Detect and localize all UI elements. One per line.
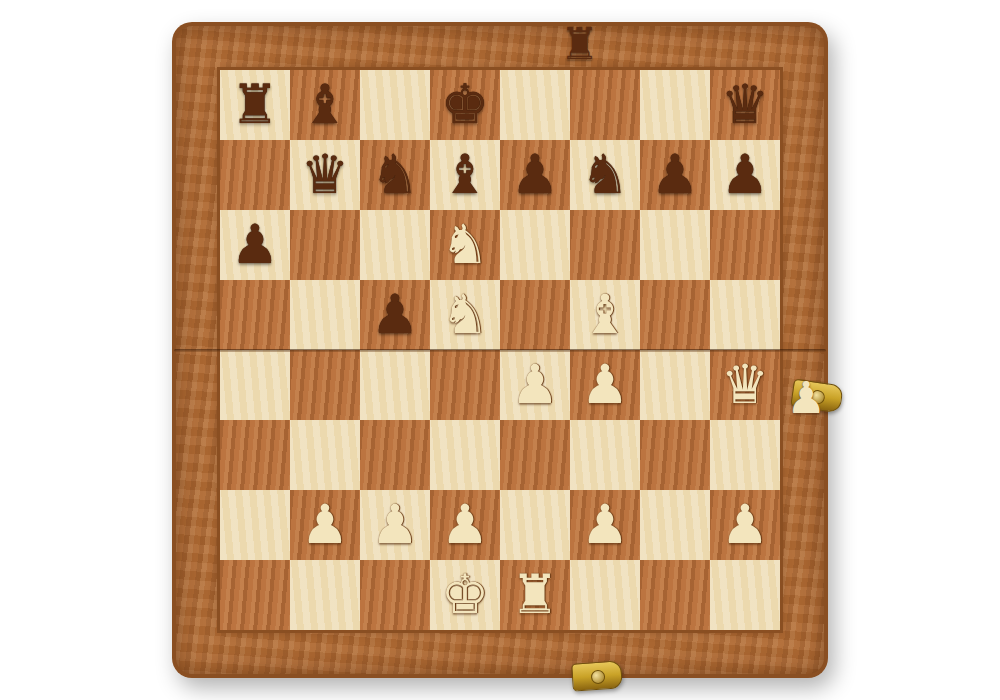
square-d3[interactable] — [430, 420, 500, 490]
piece-black-queen[interactable]: ♛ — [301, 140, 349, 210]
piece-black-king[interactable]: ♚ — [441, 70, 489, 140]
piece-white-king[interactable]: ♚ — [441, 560, 489, 630]
square-a5[interactable] — [220, 280, 290, 350]
piece-white-pawn[interactable]: ♟ — [371, 490, 419, 560]
brass-latch-front — [571, 660, 623, 691]
piece-black-pawn[interactable]: ♟ — [511, 140, 559, 210]
square-c7[interactable]: ♞ — [360, 140, 430, 210]
square-h5[interactable] — [710, 280, 780, 350]
square-b1[interactable] — [290, 560, 360, 630]
square-g3[interactable] — [640, 420, 710, 490]
square-b3[interactable] — [290, 420, 360, 490]
square-c8[interactable] — [360, 70, 430, 140]
square-c5[interactable]: ♟ — [360, 280, 430, 350]
square-g5[interactable] — [640, 280, 710, 350]
square-d8[interactable]: ♚ — [430, 70, 500, 140]
piece-black-pawn[interactable]: ♟ — [371, 280, 419, 350]
offboard-black-rook[interactable]: ♜ — [560, 18, 599, 69]
offboard-white-pawn[interactable]: ♟ — [787, 372, 826, 423]
piece-black-queen[interactable]: ♛ — [721, 70, 769, 140]
square-f8[interactable] — [570, 70, 640, 140]
square-e7[interactable]: ♟ — [500, 140, 570, 210]
square-d2[interactable]: ♟ — [430, 490, 500, 560]
square-d6[interactable]: ♞ — [430, 210, 500, 280]
square-g6[interactable] — [640, 210, 710, 280]
square-h8[interactable]: ♛ — [710, 70, 780, 140]
square-h4[interactable]: ♛ — [710, 350, 780, 420]
piece-black-knight[interactable]: ♞ — [581, 140, 629, 210]
square-c3[interactable] — [360, 420, 430, 490]
square-e1[interactable]: ♜ — [500, 560, 570, 630]
square-e6[interactable] — [500, 210, 570, 280]
square-h7[interactable]: ♟ — [710, 140, 780, 210]
square-f2[interactable]: ♟ — [570, 490, 640, 560]
square-f6[interactable] — [570, 210, 640, 280]
piece-black-pawn[interactable]: ♟ — [651, 140, 699, 210]
piece-white-rook[interactable]: ♜ — [511, 560, 559, 630]
square-h1[interactable] — [710, 560, 780, 630]
piece-white-knight[interactable]: ♞ — [441, 210, 489, 280]
square-a4[interactable] — [220, 350, 290, 420]
square-c1[interactable] — [360, 560, 430, 630]
square-a8[interactable]: ♜ — [220, 70, 290, 140]
square-b2[interactable]: ♟ — [290, 490, 360, 560]
square-a6[interactable]: ♟ — [220, 210, 290, 280]
square-g8[interactable] — [640, 70, 710, 140]
square-a1[interactable] — [220, 560, 290, 630]
piece-white-bishop[interactable]: ♝ — [581, 280, 629, 350]
chessboard: ♜♝♚♛♛♞♝♟♞♟♟♟♞♟♞♝♟♟♛♟♟♟♟♟♚♜ ♜ ♟ — [172, 22, 828, 678]
square-e2[interactable] — [500, 490, 570, 560]
piece-white-pawn[interactable]: ♟ — [511, 350, 559, 420]
square-d4[interactable] — [430, 350, 500, 420]
piece-black-bishop[interactable]: ♝ — [301, 70, 349, 140]
square-h3[interactable] — [710, 420, 780, 490]
piece-black-bishop[interactable]: ♝ — [441, 140, 489, 210]
square-e3[interactable] — [500, 420, 570, 490]
square-g7[interactable]: ♟ — [640, 140, 710, 210]
square-c2[interactable]: ♟ — [360, 490, 430, 560]
piece-white-pawn[interactable]: ♟ — [441, 490, 489, 560]
square-f7[interactable]: ♞ — [570, 140, 640, 210]
square-f4[interactable]: ♟ — [570, 350, 640, 420]
piece-black-knight[interactable]: ♞ — [371, 140, 419, 210]
square-d7[interactable]: ♝ — [430, 140, 500, 210]
square-a3[interactable] — [220, 420, 290, 490]
piece-black-pawn[interactable]: ♟ — [231, 210, 279, 280]
square-f5[interactable]: ♝ — [570, 280, 640, 350]
square-f1[interactable] — [570, 560, 640, 630]
square-h6[interactable] — [710, 210, 780, 280]
piece-white-pawn[interactable]: ♟ — [721, 490, 769, 560]
square-e8[interactable] — [500, 70, 570, 140]
piece-white-pawn[interactable]: ♟ — [581, 350, 629, 420]
square-g1[interactable] — [640, 560, 710, 630]
square-c4[interactable] — [360, 350, 430, 420]
square-e4[interactable]: ♟ — [500, 350, 570, 420]
piece-white-knight[interactable]: ♞ — [441, 280, 489, 350]
piece-black-pawn[interactable]: ♟ — [721, 140, 769, 210]
square-c6[interactable] — [360, 210, 430, 280]
square-h2[interactable]: ♟ — [710, 490, 780, 560]
square-d1[interactable]: ♚ — [430, 560, 500, 630]
square-g4[interactable] — [640, 350, 710, 420]
square-e5[interactable] — [500, 280, 570, 350]
piece-black-rook[interactable]: ♜ — [231, 70, 279, 140]
square-d5[interactable]: ♞ — [430, 280, 500, 350]
page-background: { "game": "chess", "scene": "Wooden fold… — [0, 0, 1000, 700]
folding-seam — [174, 349, 826, 352]
square-b4[interactable] — [290, 350, 360, 420]
square-b8[interactable]: ♝ — [290, 70, 360, 140]
square-f3[interactable] — [570, 420, 640, 490]
square-a7[interactable] — [220, 140, 290, 210]
square-g2[interactable] — [640, 490, 710, 560]
square-b5[interactable] — [290, 280, 360, 350]
square-a2[interactable] — [220, 490, 290, 560]
piece-white-pawn[interactable]: ♟ — [301, 490, 349, 560]
piece-white-queen[interactable]: ♛ — [721, 350, 769, 420]
piece-white-pawn[interactable]: ♟ — [581, 490, 629, 560]
square-b6[interactable] — [290, 210, 360, 280]
square-b7[interactable]: ♛ — [290, 140, 360, 210]
